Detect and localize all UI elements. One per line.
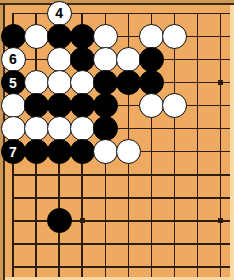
white-stone [93, 139, 118, 164]
star-point [80, 218, 85, 223]
white-stone [70, 116, 95, 141]
black-stone [24, 139, 49, 164]
white-stone [93, 47, 118, 72]
white-stone [162, 24, 187, 49]
white-stone: 6 [1, 47, 26, 72]
grid-horizontal-line [13, 266, 230, 268]
grid-vertical-line [197, 13, 199, 278]
black-stone [116, 70, 141, 95]
black-stone [93, 116, 118, 141]
black-stone: 5 [1, 70, 26, 95]
grid-vertical-line [220, 13, 222, 278]
black-stone: 7 [1, 139, 26, 164]
white-stone [1, 93, 26, 118]
black-stone [70, 139, 95, 164]
white-stone: 4 [47, 1, 72, 26]
white-stone [47, 70, 72, 95]
grid-horizontal-line [13, 220, 230, 222]
black-stone [70, 24, 95, 49]
black-stone [70, 93, 95, 118]
white-stone [93, 24, 118, 49]
move-number-label: 7 [9, 145, 17, 159]
move-number-label: 4 [55, 6, 63, 20]
white-stone [70, 70, 95, 95]
grid-horizontal-line [13, 197, 230, 199]
white-stone [47, 116, 72, 141]
white-stone [116, 139, 141, 164]
white-stone [24, 24, 49, 49]
black-stone [93, 70, 118, 95]
white-stone [139, 24, 164, 49]
black-stone [47, 24, 72, 49]
move-number-label: 5 [9, 76, 17, 90]
white-stone [116, 47, 141, 72]
black-stone [139, 70, 164, 95]
star-point [218, 218, 223, 223]
move-number-label: 6 [9, 52, 17, 66]
grid-horizontal-line [13, 13, 230, 15]
black-stone [139, 47, 164, 72]
grid-vertical-line [174, 13, 176, 278]
black-stone [1, 24, 26, 49]
black-stone [47, 208, 72, 233]
black-stone [70, 47, 95, 72]
white-stone [47, 47, 72, 72]
white-stone [24, 70, 49, 95]
grid-horizontal-line [13, 174, 230, 176]
board-edge-line-top [0, 3, 234, 5]
white-stone [139, 93, 164, 118]
black-stone [47, 93, 72, 118]
white-stone [1, 116, 26, 141]
black-stone [47, 139, 72, 164]
go-diagram: 4657 [0, 0, 234, 280]
black-stone [93, 93, 118, 118]
white-stone [24, 116, 49, 141]
black-stone [24, 93, 49, 118]
star-point [218, 80, 223, 85]
white-stone [162, 93, 187, 118]
grid-horizontal-line [13, 243, 230, 245]
